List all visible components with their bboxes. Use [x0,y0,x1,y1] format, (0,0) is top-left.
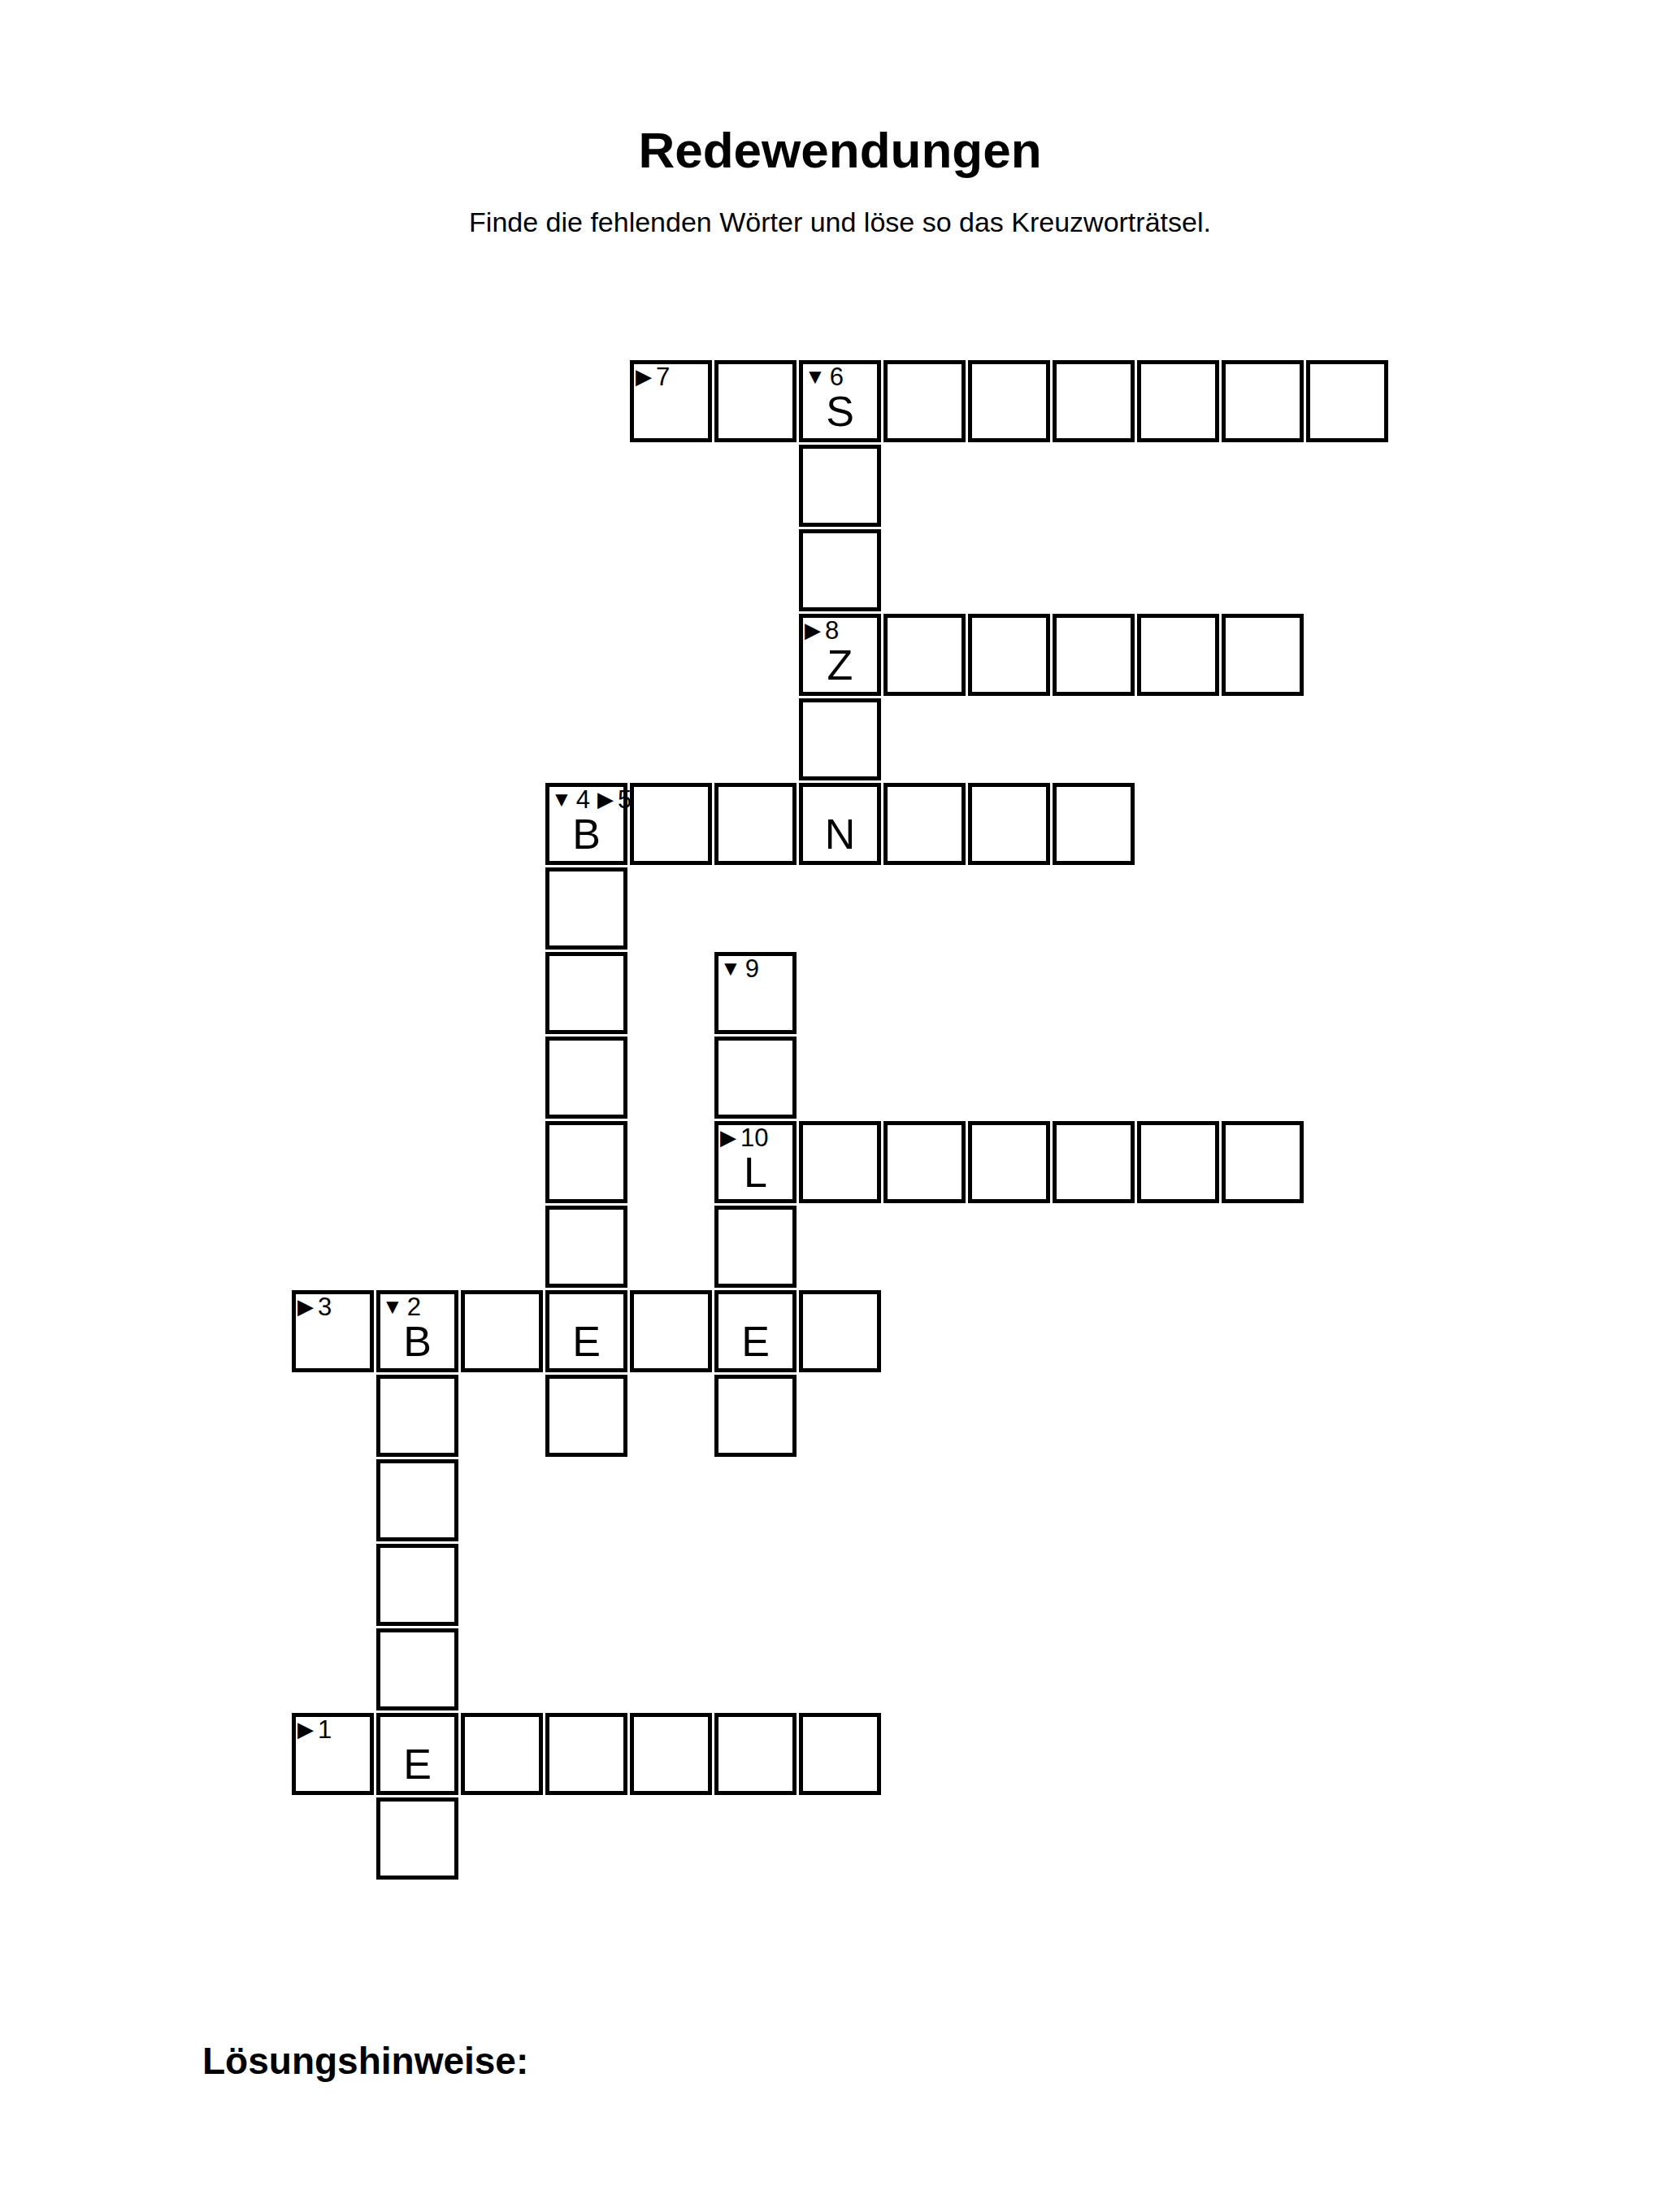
across-clue-marker: ▶10 [720,1126,768,1150]
cell-r8c5[interactable] [714,1037,797,1119]
clue-numbers: ▼6 [805,365,844,389]
cell-r16c5[interactable] [714,1713,797,1795]
down-clue-marker: ▼9 [720,957,759,981]
cell-r11c1[interactable]: ▼2B [376,1290,458,1372]
across-arrow-icon: ▶ [297,1295,314,1318]
cell-r9c5[interactable]: ▶10L [714,1121,797,1203]
cell-r0c6[interactable]: ▼6S [799,360,881,442]
across-clue-marker: ▶3 [297,1295,332,1319]
cell-r5c6[interactable]: N [799,783,881,865]
cell-r15c1[interactable] [376,1628,458,1710]
given-letter: Z [803,642,877,688]
clue-numbers: ▼9 [720,957,759,981]
cell-r7c3[interactable] [545,952,627,1034]
cell-r10c5[interactable] [714,1206,797,1288]
across-arrow-icon: ▶ [636,365,652,388]
cell-r16c3[interactable] [545,1713,627,1795]
across-clue-number: 1 [318,1718,332,1742]
down-clue-marker: ▼4 [551,788,590,812]
cell-r13c1[interactable] [376,1459,458,1541]
cell-r1c6[interactable] [799,445,881,527]
down-clue-marker: ▼6 [805,365,844,389]
given-letter: B [549,811,623,857]
cell-r5c4[interactable] [630,783,712,865]
cell-r0c4[interactable]: ▶7 [630,360,712,442]
given-letter: N [803,811,877,857]
across-clue-marker: ▶8 [805,619,839,643]
cell-r0c10[interactable] [1137,360,1219,442]
crossword-grid: ▶7▼6S▶8Z▼4▶5BN▼9▶10L▶3▼2BEE▶1E [0,0,1680,2195]
cell-r3c10[interactable] [1137,614,1219,696]
clue-numbers: ▶7 [636,365,670,389]
across-arrow-icon: ▶ [597,788,614,811]
clue-numbers: ▼2 [382,1295,421,1319]
across-clue-number: 8 [825,619,839,643]
cell-r9c9[interactable] [1053,1121,1135,1203]
cell-r14c1[interactable] [376,1544,458,1626]
clue-numbers: ▶10 [720,1126,768,1150]
given-letter: B [380,1319,454,1364]
across-arrow-icon: ▶ [805,619,821,641]
given-letter: E [549,1319,623,1364]
cell-r11c2[interactable] [461,1290,543,1372]
cell-r0c7[interactable] [883,360,966,442]
down-clue-number: 4 [576,788,590,812]
cell-r9c7[interactable] [883,1121,966,1203]
clue-numbers: ▶3 [297,1295,332,1319]
cell-r16c6[interactable] [799,1713,881,1795]
cell-r9c8[interactable] [968,1121,1050,1203]
cell-r0c9[interactable] [1053,360,1135,442]
down-arrow-icon: ▼ [551,788,572,811]
cell-r16c2[interactable] [461,1713,543,1795]
cell-r7c5[interactable]: ▼9 [714,952,797,1034]
cell-r3c8[interactable] [968,614,1050,696]
given-letter: L [718,1150,792,1195]
cell-r9c10[interactable] [1137,1121,1219,1203]
across-clue-marker: ▶7 [636,365,670,389]
cell-r11c3[interactable]: E [545,1290,627,1372]
cell-r5c7[interactable] [883,783,966,865]
across-clue-number: 3 [318,1295,332,1319]
cell-r12c3[interactable] [545,1375,627,1457]
cell-r0c12[interactable] [1306,360,1388,442]
cell-r3c11[interactable] [1222,614,1304,696]
cell-r5c8[interactable] [968,783,1050,865]
cell-r16c0[interactable]: ▶1 [292,1713,374,1795]
cell-r11c5[interactable]: E [714,1290,797,1372]
cell-r3c9[interactable] [1053,614,1135,696]
across-clue-marker: ▶5 [597,788,632,812]
cell-r8c3[interactable] [545,1037,627,1119]
cell-r5c5[interactable] [714,783,797,865]
across-clue-marker: ▶1 [297,1718,332,1742]
cell-r11c4[interactable] [630,1290,712,1372]
given-letter: E [380,1741,454,1787]
cell-r12c1[interactable] [376,1375,458,1457]
cell-r6c3[interactable] [545,867,627,950]
cell-r4c6[interactable] [799,698,881,780]
clue-numbers: ▶1 [297,1718,332,1742]
across-arrow-icon: ▶ [297,1718,314,1741]
cell-r9c11[interactable] [1222,1121,1304,1203]
cell-r3c6[interactable]: ▶8Z [799,614,881,696]
down-clue-number: 2 [407,1295,421,1319]
given-letter: S [803,389,877,434]
down-arrow-icon: ▼ [382,1295,403,1318]
cell-r0c5[interactable] [714,360,797,442]
cell-r17c1[interactable] [376,1797,458,1880]
cell-r2c6[interactable] [799,529,881,611]
cell-r9c3[interactable] [545,1121,627,1203]
down-arrow-icon: ▼ [805,365,826,388]
solution-hints-label: Lösungshinweise: [202,2041,528,2081]
given-letter: E [718,1319,792,1364]
across-clue-number: 10 [740,1126,768,1150]
cell-r12c5[interactable] [714,1375,797,1457]
cell-r3c7[interactable] [883,614,966,696]
cell-r9c6[interactable] [799,1121,881,1203]
across-arrow-icon: ▶ [720,1126,736,1149]
across-clue-number: 7 [656,365,670,389]
down-clue-marker: ▼2 [382,1295,421,1319]
cell-r11c0[interactable]: ▶3 [292,1290,374,1372]
cell-r5c9[interactable] [1053,783,1135,865]
clue-numbers: ▶8 [805,619,839,643]
cell-r5c3[interactable]: ▼4▶5B [545,783,627,865]
cell-r0c8[interactable] [968,360,1050,442]
down-arrow-icon: ▼ [720,957,741,980]
clue-numbers: ▼4▶5 [551,788,632,812]
down-clue-number: 6 [830,365,844,389]
cell-r10c3[interactable] [545,1206,627,1288]
cell-r0c11[interactable] [1222,360,1304,442]
cell-r11c6[interactable] [799,1290,881,1372]
cell-r16c4[interactable] [630,1713,712,1795]
down-clue-number: 9 [745,957,759,981]
cell-r16c1[interactable]: E [376,1713,458,1795]
